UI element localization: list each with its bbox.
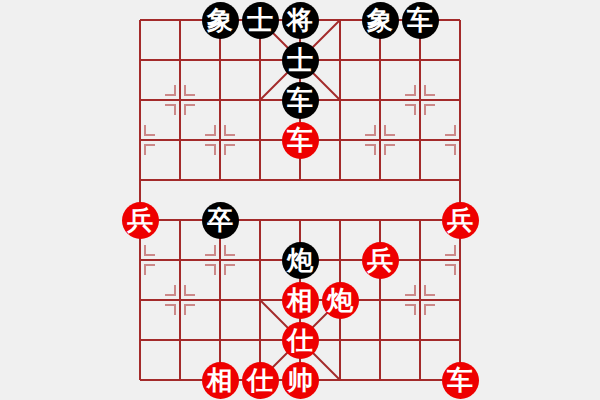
piece-black-soldier[interactable]: 卒: [202, 202, 239, 239]
intersection-d9[interactable]: 士: [240, 0, 280, 40]
intersection-a4[interactable]: 兵: [120, 200, 160, 240]
intersection-e1[interactable]: 仕: [280, 320, 320, 360]
intersection-f9[interactable]: [320, 0, 360, 40]
intersection-a8[interactable]: [120, 40, 160, 80]
piece-red-chariot[interactable]: 车: [442, 362, 479, 399]
intersection-d6[interactable]: [240, 120, 280, 160]
intersection-f2[interactable]: 炮: [320, 280, 360, 320]
piece-red-elephant[interactable]: 相: [282, 282, 319, 319]
intersection-c0[interactable]: 相: [200, 360, 240, 400]
intersection-i4[interactable]: 兵: [440, 200, 480, 240]
intersection-d8[interactable]: [240, 40, 280, 80]
intersection-f3[interactable]: [320, 240, 360, 280]
intersection-f4[interactable]: [320, 200, 360, 240]
intersection-h6[interactable]: [400, 120, 440, 160]
intersection-a6[interactable]: [120, 120, 160, 160]
intersection-i1[interactable]: [440, 320, 480, 360]
intersection-c2[interactable]: [200, 280, 240, 320]
intersection-b1[interactable]: [160, 320, 200, 360]
piece-red-soldier[interactable]: 兵: [442, 202, 479, 239]
intersection-e4[interactable]: [280, 200, 320, 240]
intersection-g1[interactable]: [360, 320, 400, 360]
intersection-i2[interactable]: [440, 280, 480, 320]
intersection-h4[interactable]: [400, 200, 440, 240]
intersection-b6[interactable]: [160, 120, 200, 160]
intersection-g6[interactable]: [360, 120, 400, 160]
piece-red-general[interactable]: 帅: [282, 362, 319, 399]
intersection-g2[interactable]: [360, 280, 400, 320]
intersection-h0[interactable]: [400, 360, 440, 400]
intersection-g4[interactable]: [360, 200, 400, 240]
piece-red-chariot[interactable]: 车: [282, 122, 319, 159]
intersection-a7[interactable]: [120, 80, 160, 120]
intersection-h2[interactable]: [400, 280, 440, 320]
piece-black-advisor[interactable]: 士: [242, 2, 279, 39]
intersection-h3[interactable]: [400, 240, 440, 280]
intersection-g3[interactable]: 兵: [360, 240, 400, 280]
intersection-i6[interactable]: [440, 120, 480, 160]
xiangqi-board: 象士将象车士车车兵卒兵炮兵相炮仕相仕帅车: [0, 0, 600, 400]
intersection-i9[interactable]: [440, 0, 480, 40]
intersection-b4[interactable]: [160, 200, 200, 240]
intersection-b0[interactable]: [160, 360, 200, 400]
intersection-g0[interactable]: [360, 360, 400, 400]
intersection-c4[interactable]: 卒: [200, 200, 240, 240]
intersection-g9[interactable]: 象: [360, 0, 400, 40]
intersection-i7[interactable]: [440, 80, 480, 120]
intersection-b5[interactable]: [160, 160, 200, 200]
intersection-d0[interactable]: 仕: [240, 360, 280, 400]
intersection-e6[interactable]: 车: [280, 120, 320, 160]
intersection-f7[interactable]: [320, 80, 360, 120]
piece-black-chariot[interactable]: 车: [282, 82, 319, 119]
intersection-e2[interactable]: 相: [280, 280, 320, 320]
intersection-d1[interactable]: [240, 320, 280, 360]
piece-black-elephant[interactable]: 象: [362, 2, 399, 39]
intersection-h9[interactable]: 车: [400, 0, 440, 40]
intersection-a3[interactable]: [120, 240, 160, 280]
intersection-i0[interactable]: 车: [440, 360, 480, 400]
piece-black-cannon[interactable]: 炮: [282, 242, 319, 279]
piece-red-advisor[interactable]: 仕: [282, 322, 319, 359]
intersection-b9[interactable]: [160, 0, 200, 40]
intersection-c9[interactable]: 象: [200, 0, 240, 40]
piece-red-soldier[interactable]: 兵: [122, 202, 159, 239]
intersection-e9[interactable]: 将: [280, 0, 320, 40]
intersection-i5[interactable]: [440, 160, 480, 200]
intersection-f1[interactable]: [320, 320, 360, 360]
intersection-c6[interactable]: [200, 120, 240, 160]
intersection-a2[interactable]: [120, 280, 160, 320]
intersection-f8[interactable]: [320, 40, 360, 80]
intersection-d7[interactable]: [240, 80, 280, 120]
intersection-c8[interactable]: [200, 40, 240, 80]
intersection-h5[interactable]: [400, 160, 440, 200]
piece-red-soldier[interactable]: 兵: [362, 242, 399, 279]
intersection-i3[interactable]: [440, 240, 480, 280]
intersection-a5[interactable]: [120, 160, 160, 200]
intersection-d3[interactable]: [240, 240, 280, 280]
intersection-e0[interactable]: 帅: [280, 360, 320, 400]
board-intersections: 象士将象车士车车兵卒兵炮兵相炮仕相仕帅车: [120, 0, 480, 400]
intersection-c1[interactable]: [200, 320, 240, 360]
intersection-c3[interactable]: [200, 240, 240, 280]
intersection-d5[interactable]: [240, 160, 280, 200]
intersection-e3[interactable]: 炮: [280, 240, 320, 280]
piece-black-chariot[interactable]: 车: [402, 2, 439, 39]
intersection-e7[interactable]: 车: [280, 80, 320, 120]
intersection-e5[interactable]: [280, 160, 320, 200]
piece-black-elephant[interactable]: 象: [202, 2, 239, 39]
intersection-g8[interactable]: [360, 40, 400, 80]
intersection-d4[interactable]: [240, 200, 280, 240]
intersection-f0[interactable]: [320, 360, 360, 400]
piece-black-advisor[interactable]: 士: [282, 42, 319, 79]
intersection-h7[interactable]: [400, 80, 440, 120]
intersection-h8[interactable]: [400, 40, 440, 80]
piece-red-cannon[interactable]: 炮: [322, 282, 359, 319]
piece-red-elephant[interactable]: 相: [202, 362, 239, 399]
intersection-a9[interactable]: [120, 0, 160, 40]
piece-black-general[interactable]: 将: [282, 2, 319, 39]
intersection-a0[interactable]: [120, 360, 160, 400]
intersection-e8[interactable]: 士: [280, 40, 320, 80]
intersection-d2[interactable]: [240, 280, 280, 320]
intersection-b2[interactable]: [160, 280, 200, 320]
intersection-f6[interactable]: [320, 120, 360, 160]
intersection-b3[interactable]: [160, 240, 200, 280]
intersection-h1[interactable]: [400, 320, 440, 360]
intersection-b7[interactable]: [160, 80, 200, 120]
intersection-f5[interactable]: [320, 160, 360, 200]
piece-red-advisor[interactable]: 仕: [242, 362, 279, 399]
intersection-i8[interactable]: [440, 40, 480, 80]
intersection-g7[interactable]: [360, 80, 400, 120]
intersection-c7[interactable]: [200, 80, 240, 120]
intersection-a1[interactable]: [120, 320, 160, 360]
intersection-b8[interactable]: [160, 40, 200, 80]
intersection-c5[interactable]: [200, 160, 240, 200]
intersection-g5[interactable]: [360, 160, 400, 200]
